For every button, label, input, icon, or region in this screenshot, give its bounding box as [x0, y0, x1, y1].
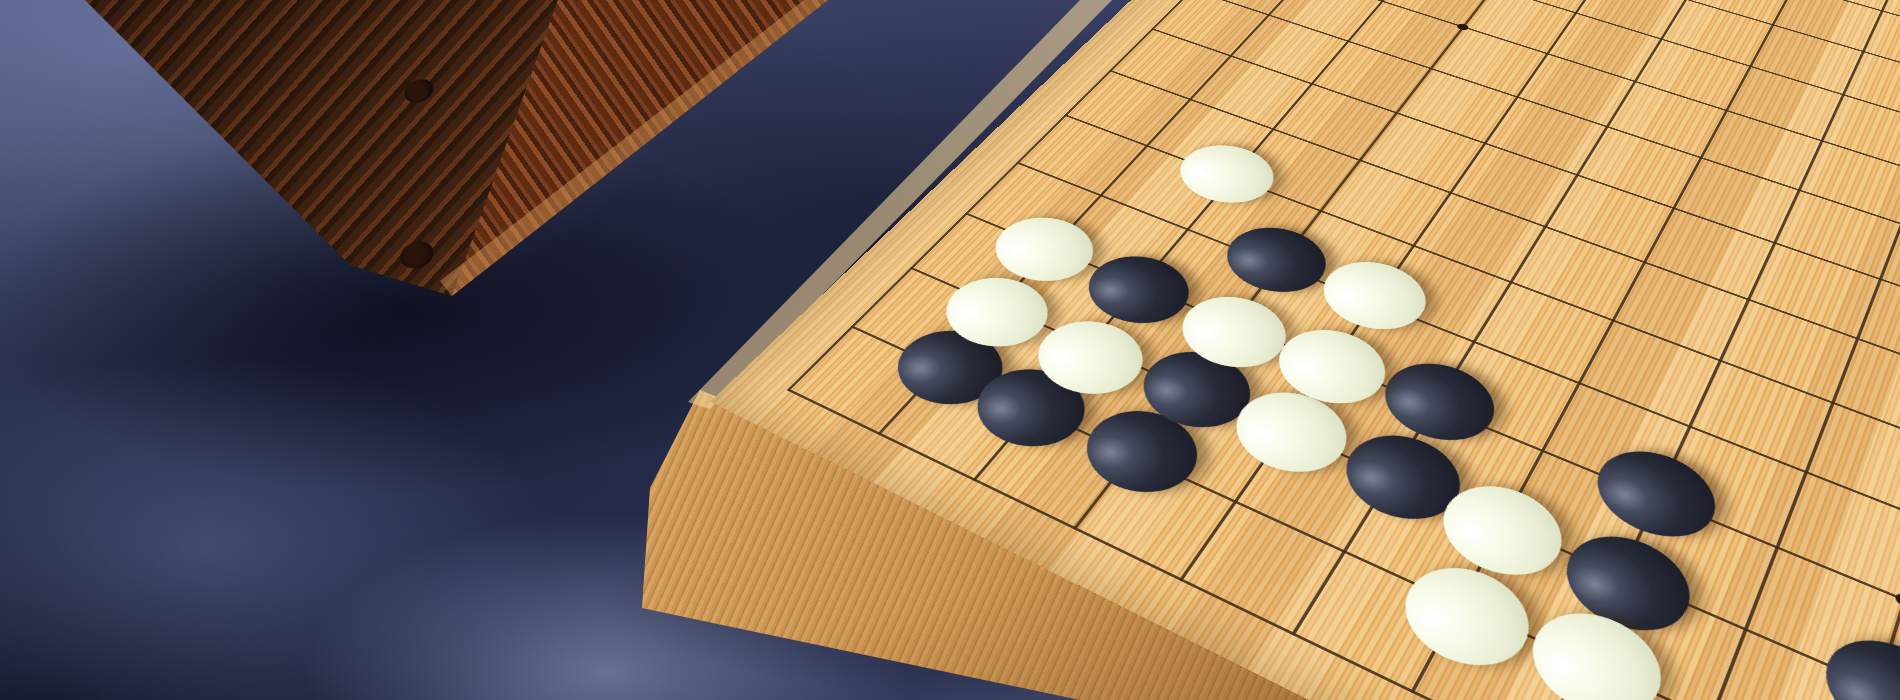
black-stone-glyph: ● — [1210, 216, 1336, 303]
white-stone-glyph: ● — [1307, 250, 1435, 341]
white-stone-glyph: ● — [1164, 135, 1284, 212]
perspective-wrapper: ●●●●●●●●●●●●●●●●●●●●●● — [0, 0, 1900, 700]
grid-line-row-11 — [1263, 0, 1900, 510]
black-stone[interactable]: ● — [1813, 622, 1900, 700]
white-stone[interactable]: ● — [1164, 135, 1289, 214]
black-stone-glyph: ● — [1813, 622, 1900, 700]
grid-line-column-1 — [786, 0, 1489, 391]
goban-grid[interactable]: ●●●●●●●●●●●●●●●●●●●●●● — [710, 0, 1900, 700]
grid-line-row-18 — [1464, 0, 1900, 102]
grid-line-row-12 — [1296, 0, 1900, 438]
grid-line-row-14 — [1358, 0, 1900, 309]
white-stone[interactable]: ● — [1307, 250, 1440, 343]
go-scene: ●●●●●●●●●●●●●●●●●●●●●● — [0, 0, 1900, 700]
grid-line-column-9 — [1670, 0, 1900, 700]
grid-line-row-16 — [1413, 0, 1900, 199]
grid-line-row-15 — [1386, 0, 1900, 252]
black-stone[interactable]: ● — [1210, 216, 1341, 305]
black-stone-glyph: ● — [1582, 436, 1721, 551]
